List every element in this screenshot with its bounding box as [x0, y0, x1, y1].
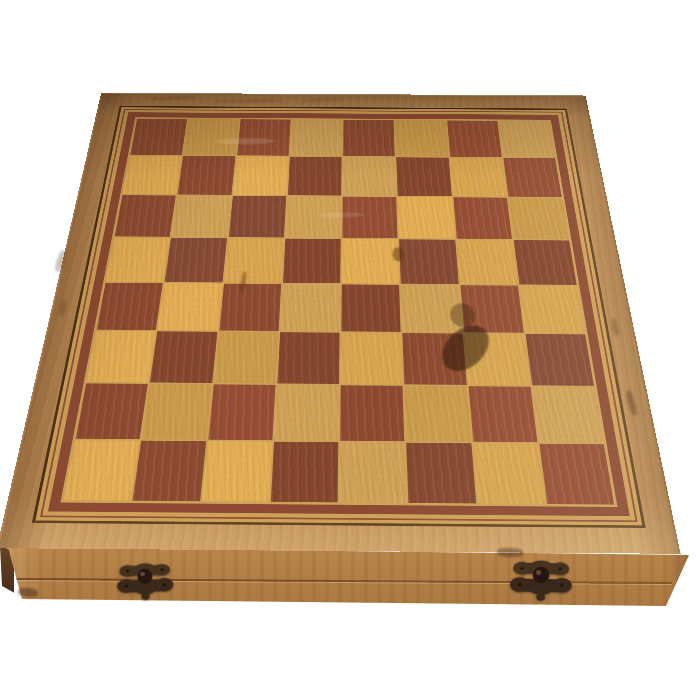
board-square — [340, 442, 407, 503]
board-square — [178, 156, 235, 195]
board-square — [342, 239, 399, 284]
board-square — [406, 443, 475, 504]
board-square — [456, 240, 517, 285]
board-square — [228, 196, 286, 238]
board-square — [271, 442, 339, 503]
board-square — [499, 121, 555, 157]
board-square — [290, 120, 342, 156]
board-square — [447, 121, 502, 157]
board-square — [237, 119, 291, 155]
board-square — [158, 283, 222, 331]
board-square — [343, 157, 397, 196]
board-square — [341, 333, 403, 385]
board-square — [395, 120, 448, 156]
board-square — [514, 240, 577, 285]
board-box-photo — [0, 0, 700, 700]
board-square — [233, 156, 289, 195]
board-square — [133, 441, 206, 501]
board-square — [76, 384, 148, 440]
board-square — [539, 444, 614, 505]
latch-left — [115, 557, 174, 601]
lid-seam — [16, 578, 672, 584]
board-square — [525, 334, 593, 386]
board-square — [214, 332, 279, 384]
board-square — [468, 386, 537, 442]
board-square — [219, 283, 281, 331]
board-square — [464, 334, 530, 386]
board-square — [115, 195, 176, 236]
board-square — [342, 196, 397, 238]
board-square — [288, 157, 342, 196]
box-frame — [0, 93, 681, 554]
board-square — [202, 441, 272, 501]
board-square — [86, 331, 155, 383]
board-square — [97, 282, 163, 330]
board-square — [460, 285, 523, 333]
board-square — [224, 238, 284, 283]
board-square — [106, 237, 170, 281]
board-square — [171, 195, 231, 236]
latch-right — [509, 554, 574, 601]
board-recess — [32, 106, 646, 528]
board-square — [64, 440, 140, 500]
board-square — [340, 385, 404, 441]
board-square — [285, 196, 341, 238]
board-square — [277, 332, 339, 384]
board-square — [150, 332, 217, 384]
board-square — [403, 333, 467, 385]
board-square — [398, 197, 455, 239]
board-square — [142, 384, 212, 440]
board-square — [283, 238, 341, 283]
board-square — [473, 443, 545, 504]
board-square — [450, 158, 507, 197]
board-square — [453, 197, 512, 239]
board-square — [274, 385, 339, 441]
board-square — [343, 120, 395, 156]
board-square — [208, 385, 275, 441]
board-square — [183, 119, 238, 155]
board-square — [404, 386, 470, 442]
board-square — [399, 239, 458, 284]
board-square — [532, 387, 604, 443]
board-square — [396, 157, 451, 196]
board-square — [519, 285, 585, 333]
board-square — [508, 198, 569, 240]
board-square — [341, 284, 401, 332]
latch-icon — [509, 554, 574, 601]
board-square — [165, 238, 227, 282]
board-square — [503, 158, 561, 197]
game-board — [64, 119, 614, 505]
board-square — [130, 119, 187, 155]
maroon-border-band — [48, 112, 630, 516]
board-square — [280, 284, 340, 332]
board-square — [401, 285, 462, 333]
box-lid-top — [0, 93, 681, 554]
board-square — [123, 156, 182, 195]
latch-icon — [115, 557, 174, 601]
